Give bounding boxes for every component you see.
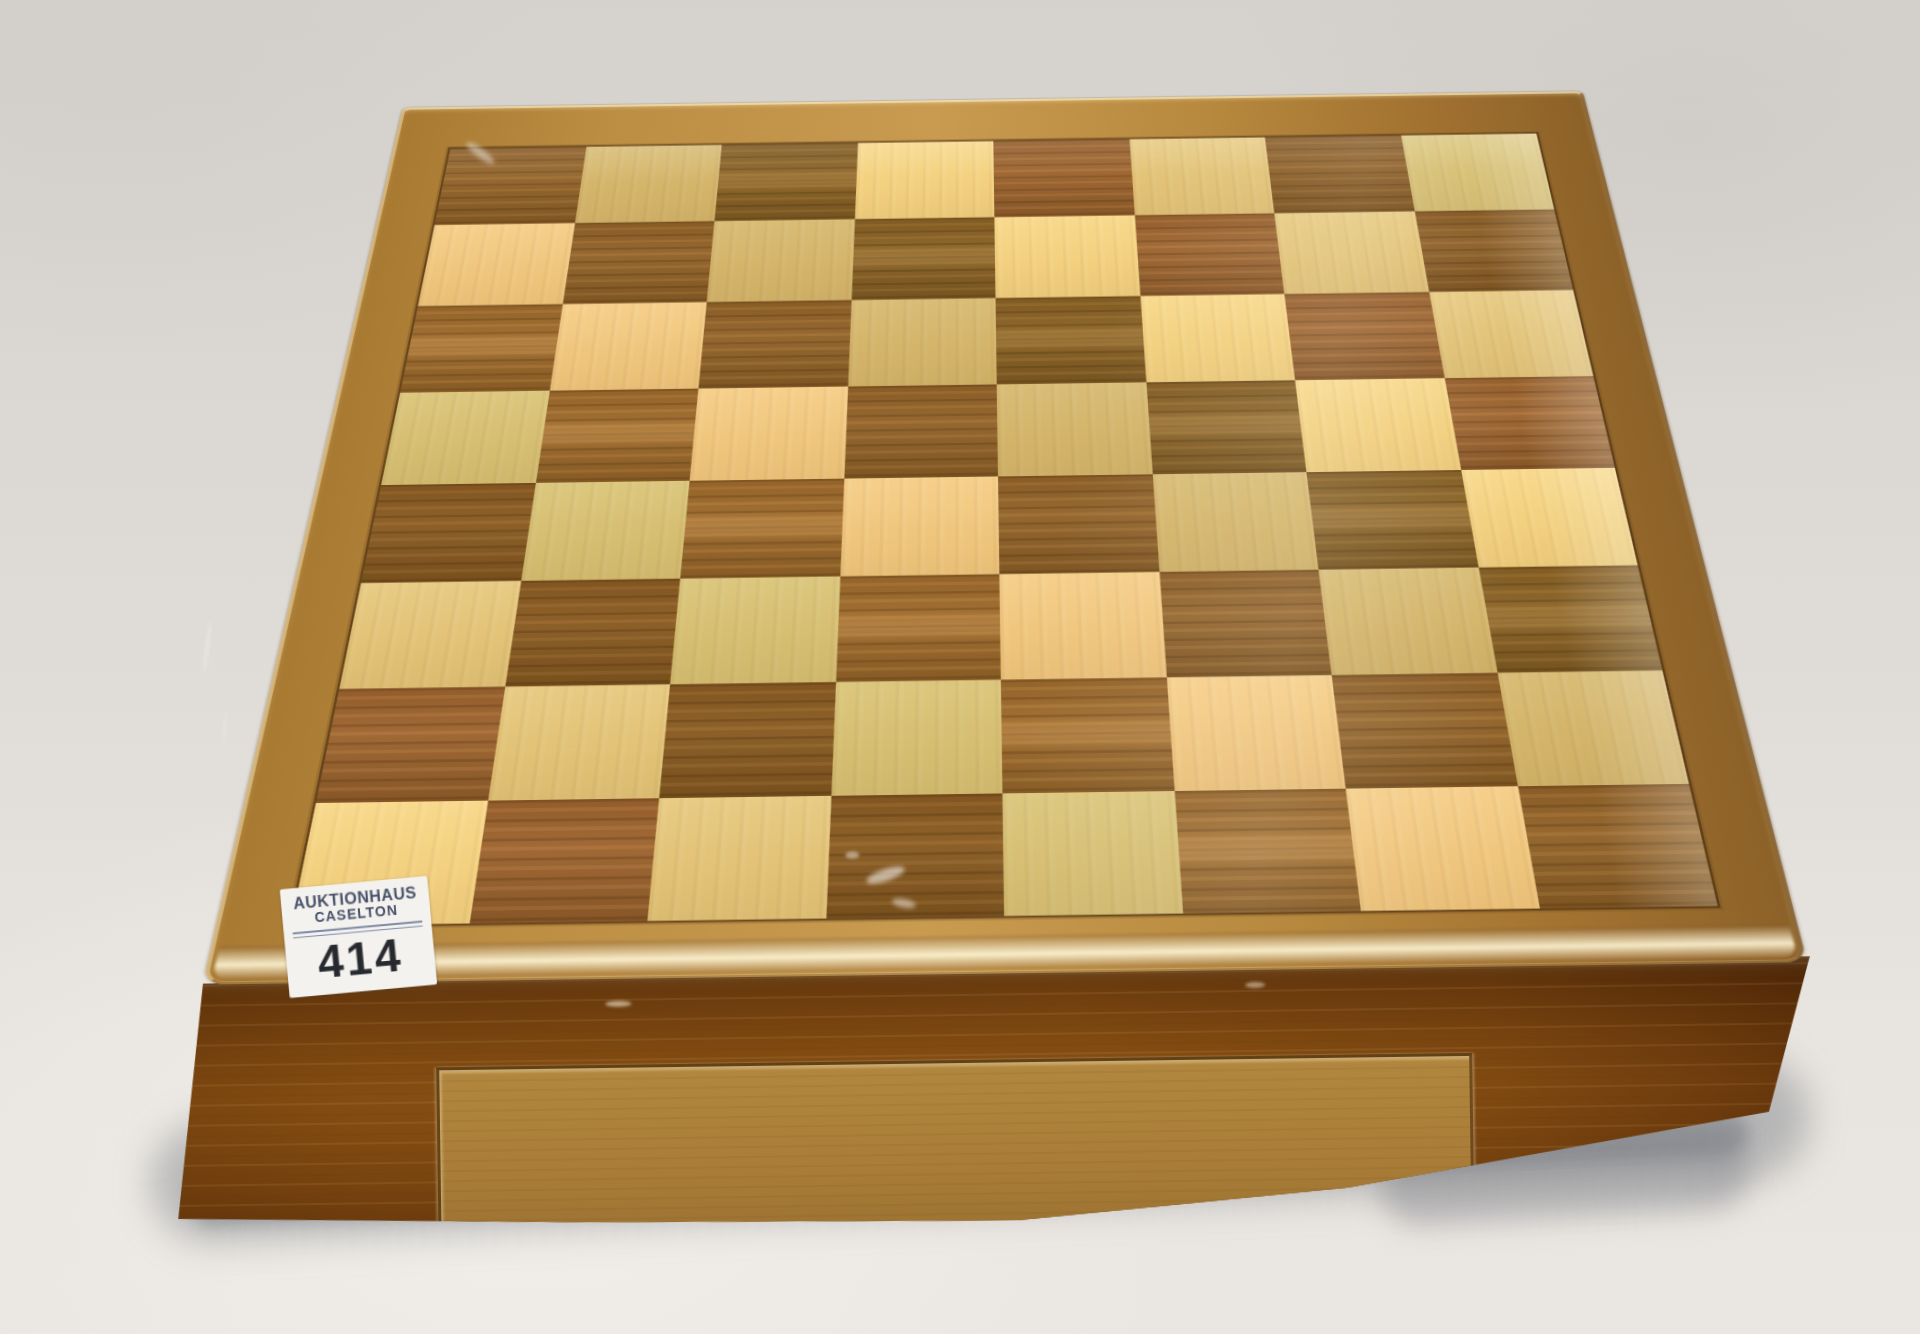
- square-h8: [1401, 133, 1555, 211]
- square-f8: [1129, 137, 1274, 215]
- square-h1: [1517, 784, 1717, 909]
- square-d3: [835, 574, 1000, 682]
- square-f1: [1174, 789, 1361, 914]
- square-g2: [1332, 673, 1518, 789]
- square-a7: [418, 223, 575, 306]
- square-b8: [575, 145, 722, 223]
- square-f3: [1159, 570, 1332, 678]
- scratch-mark: [222, 710, 228, 744]
- checkerboard: [291, 133, 1718, 926]
- square-a6: [400, 304, 562, 392]
- square-a8: [435, 147, 586, 225]
- square-e6: [996, 296, 1146, 384]
- square-c2: [659, 682, 835, 798]
- square-c4: [680, 478, 844, 579]
- square-h4: [1461, 467, 1638, 567]
- square-e5: [997, 382, 1152, 476]
- square-b6: [549, 302, 706, 390]
- square-g8: [1265, 135, 1414, 213]
- square-g6: [1284, 292, 1444, 380]
- square-f2: [1166, 675, 1345, 791]
- square-e3: [999, 572, 1166, 680]
- square-f7: [1134, 213, 1284, 296]
- square-b2: [487, 685, 670, 801]
- square-h2: [1497, 671, 1689, 787]
- square-d5: [844, 384, 998, 478]
- square-c6: [698, 300, 851, 388]
- square-a4: [361, 482, 535, 583]
- square-g5: [1295, 378, 1461, 472]
- square-d4: [840, 476, 1000, 577]
- square-f5: [1146, 380, 1307, 474]
- auction-label: AUKTIONHAUS CASELTON 414: [280, 876, 437, 998]
- chessboard-box: AUKTIONHAUS CASELTON 414: [0, 0, 1920, 1334]
- square-a2: [316, 687, 505, 803]
- square-h7: [1414, 209, 1573, 292]
- square-h3: [1478, 565, 1662, 673]
- square-b5: [535, 388, 698, 482]
- square-c7: [707, 219, 855, 302]
- square-d6: [848, 298, 997, 386]
- square-c5: [690, 386, 848, 480]
- drawer-front: [436, 1053, 1474, 1245]
- square-b7: [562, 221, 714, 304]
- lot-number: 414: [291, 929, 431, 988]
- square-e4: [998, 474, 1159, 575]
- square-d7: [851, 217, 995, 300]
- square-d2: [831, 680, 1003, 796]
- square-e1: [1002, 791, 1182, 916]
- square-e8: [993, 139, 1134, 217]
- square-d1: [826, 794, 1004, 919]
- square-e7: [994, 215, 1140, 298]
- square-c3: [670, 577, 840, 685]
- square-f6: [1140, 294, 1295, 382]
- square-c8: [714, 143, 857, 221]
- square-g4: [1306, 470, 1478, 570]
- square-a3: [339, 581, 520, 689]
- scratch-mark: [202, 620, 212, 672]
- square-b1: [469, 798, 659, 923]
- board-top-frame: [203, 91, 1808, 984]
- square-f4: [1152, 472, 1318, 573]
- square-b3: [505, 579, 681, 687]
- photo-scene: AUKTIONHAUS CASELTON 414: [0, 0, 1920, 1334]
- square-a5: [381, 390, 549, 484]
- board-front-apron: [165, 953, 1824, 1246]
- square-h6: [1429, 290, 1594, 378]
- square-g1: [1346, 786, 1540, 911]
- square-b4: [521, 480, 690, 581]
- square-h5: [1444, 376, 1615, 470]
- square-c1: [647, 796, 830, 921]
- square-g3: [1319, 568, 1497, 676]
- square-d8: [854, 141, 994, 219]
- square-g7: [1274, 211, 1428, 294]
- square-e2: [1001, 678, 1174, 794]
